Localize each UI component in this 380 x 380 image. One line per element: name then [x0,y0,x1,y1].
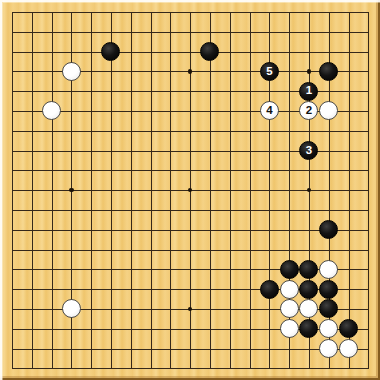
stone-white-D4 [62,299,81,318]
star-point [69,307,73,311]
star-point [307,307,311,311]
stones-layer: 51423 [2,2,378,378]
star-point [188,307,192,311]
stone-white-R6 [319,260,338,279]
stone-black-F17 [101,42,120,61]
stone-white-Q4 [299,299,318,318]
star-point [307,69,311,73]
move-number: 2 [306,105,312,117]
stone-white-S2 [339,339,358,358]
stone-white-D16 [62,62,81,81]
stone-white-P5 [280,280,299,299]
stone-black-Q15: 1 [299,82,318,101]
move-number: 4 [266,105,272,117]
stone-white-R14 [319,101,338,120]
stone-black-R4 [319,299,338,318]
stone-black-L17 [200,42,219,61]
stone-black-O5 [260,280,279,299]
move-number: 5 [266,65,272,77]
stone-black-Q5 [299,280,318,299]
stone-black-O16: 5 [260,62,279,81]
star-point [69,188,73,192]
star-point [188,69,192,73]
star-point [69,69,73,73]
stone-white-Q14: 2 [299,101,318,120]
stone-white-R3 [319,319,338,338]
stone-black-S3 [339,319,358,338]
stone-black-Q6 [299,260,318,279]
stone-white-P4 [280,299,299,318]
stone-white-R2 [319,339,338,358]
move-number: 1 [306,85,312,97]
board-grid-lines [12,12,369,369]
star-point [188,188,192,192]
stone-black-Q12: 3 [299,141,318,160]
star-point [307,188,311,192]
stone-black-P6 [280,260,299,279]
stone-white-O14: 4 [260,101,279,120]
stone-black-R5 [319,280,338,299]
go-diagram: 51423 [0,0,380,380]
stone-black-R16 [319,62,338,81]
go-board[interactable]: 51423 [0,0,380,380]
stone-black-Q3 [299,319,318,338]
stone-white-P3 [280,319,299,338]
stone-black-R8 [319,220,338,239]
stone-white-C14 [42,101,61,120]
move-number: 3 [306,144,312,156]
